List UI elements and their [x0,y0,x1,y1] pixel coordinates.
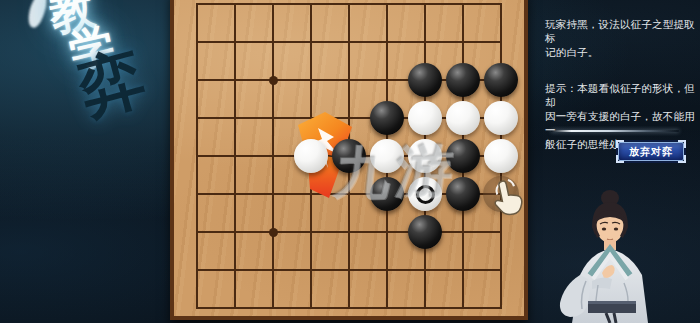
button-corner [616,140,624,148]
panel-divider [551,130,679,132]
button-corner [616,155,624,163]
black-stone [446,63,480,97]
capture-target-marker [416,185,435,204]
black-stone [408,215,442,249]
white-stone [370,139,404,173]
black-stone [484,63,518,97]
white-stone [408,139,442,173]
white-stone [408,177,442,211]
go-board-surface [174,0,524,316]
button-corner [678,155,686,163]
white-stone [294,139,328,173]
star-point [269,228,278,237]
white-stone [446,101,480,135]
go-board[interactable] [170,0,528,320]
black-stone [370,177,404,211]
white-stone [484,101,518,135]
star-point [269,76,278,85]
white-stone [408,101,442,135]
black-stone [446,177,480,211]
calligraphy-title: 教 学 弈 [20,0,147,122]
black-stone [446,139,480,173]
black-stone [370,101,404,135]
give-up-button[interactable]: 放弃对弈 [618,142,684,161]
black-stone [332,139,366,173]
tutor-character-illustration [546,189,670,323]
game-screen: 教 学 弈 九游 [0,0,700,323]
give-up-button-label: 放弃对弈 [629,145,673,159]
white-stone [484,139,518,173]
button-corner [678,140,686,148]
objective-text: 玩家持黑，设法以征子之型提取标 记的白子。 [545,17,700,59]
black-stone [408,63,442,97]
